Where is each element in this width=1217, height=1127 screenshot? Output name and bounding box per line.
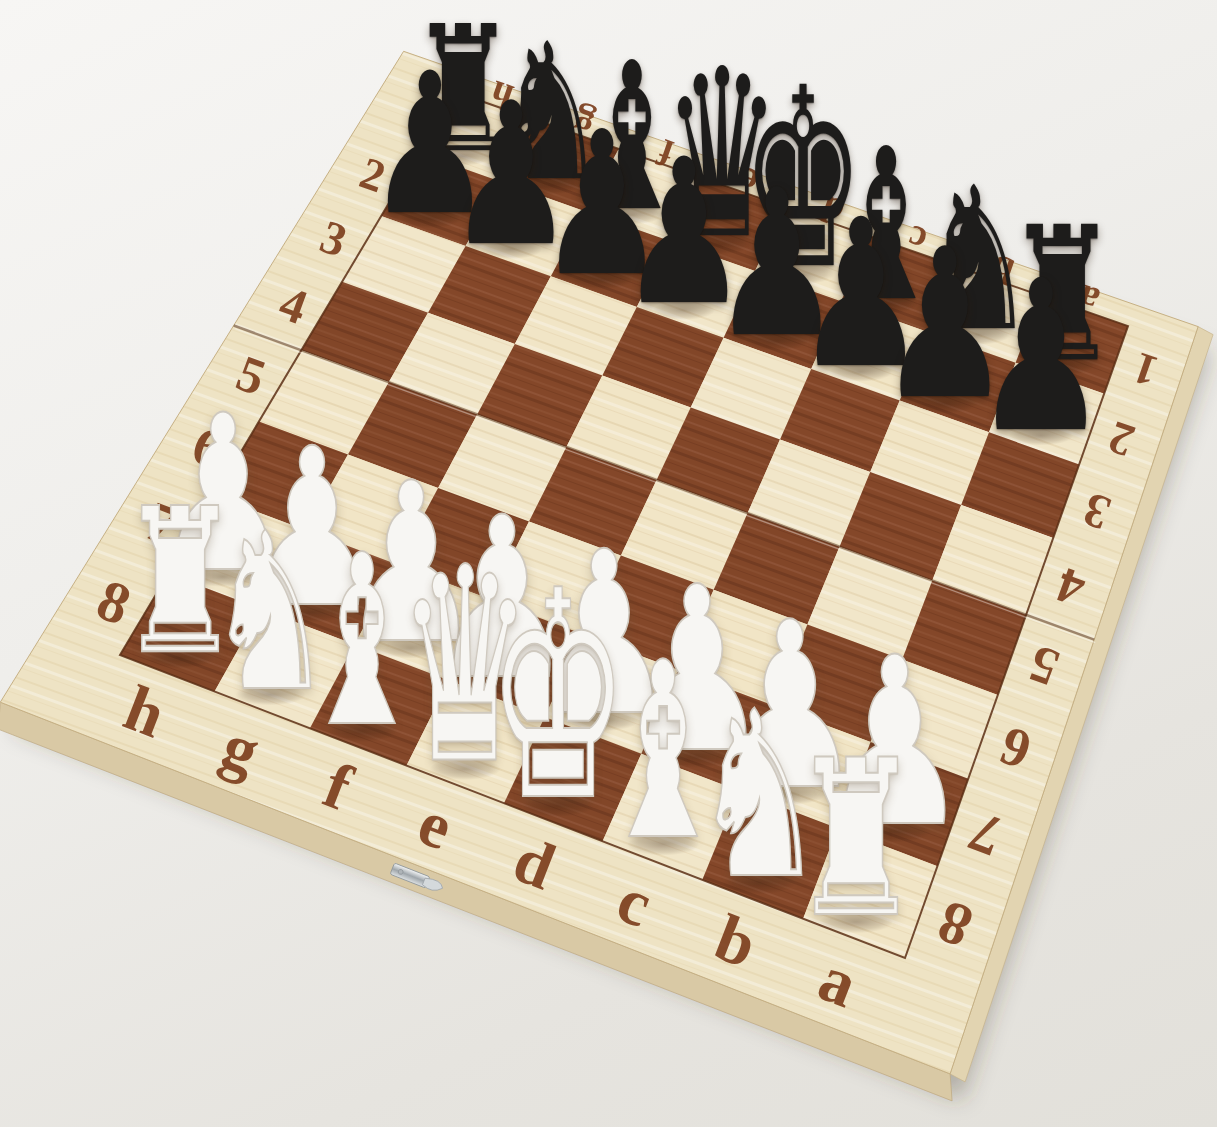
chess-board: hgfedcbahgfedcba234567812345678 (0, 0, 1217, 1127)
photo-scene: hgfedcbahgfedcba234567812345678 ♜♞♝♛♚♝♞♜… (0, 0, 1217, 1127)
